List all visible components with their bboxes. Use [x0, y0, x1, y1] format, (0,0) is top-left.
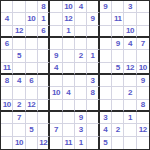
sudoku-cell-r8c3[interactable]	[26, 87, 38, 99]
sudoku-cell-r8c8[interactable]: 8	[87, 87, 99, 99]
sudoku-cell-r8c10[interactable]	[112, 87, 124, 99]
sudoku-cell-r2c8[interactable]: 9	[87, 13, 99, 25]
sudoku-cell-r1c2[interactable]	[13, 1, 25, 13]
sudoku-cell-r9c6[interactable]	[63, 100, 75, 112]
sudoku-cell-r5c4[interactable]	[38, 50, 50, 62]
sudoku-cell-r7c3[interactable]: 6	[26, 75, 38, 87]
sudoku-cell-r1c12[interactable]	[137, 1, 149, 13]
sudoku-cell-r4c6[interactable]	[63, 38, 75, 50]
sudoku-cell-r4c11[interactable]: 4	[124, 38, 136, 50]
sudoku-cell-r7c6[interactable]	[63, 75, 75, 87]
sudoku-cell-r3c4[interactable]: 6	[38, 26, 50, 38]
sudoku-cell-r10c11[interactable]: 1	[124, 112, 136, 124]
sudoku-cell-r2c9[interactable]	[100, 13, 112, 25]
sudoku-cell-r12c7[interactable]: 1	[75, 137, 87, 149]
sudoku-cell-r3c10[interactable]	[112, 26, 124, 38]
sudoku-cell-r1c1[interactable]	[1, 1, 13, 13]
sudoku-cell-r9c5[interactable]	[50, 100, 62, 112]
sudoku-cell-r10c8[interactable]	[87, 112, 99, 124]
sudoku-cell-r12c3[interactable]	[26, 137, 38, 149]
sudoku-cell-r12c12[interactable]	[137, 137, 149, 149]
sudoku-cell-r9c11[interactable]	[124, 100, 136, 112]
sudoku-cell-r11c4[interactable]	[38, 124, 50, 136]
sudoku-cell-r3c11[interactable]: 10	[124, 26, 136, 38]
sudoku-cell-r10c12[interactable]	[137, 112, 149, 124]
sudoku-cell-r1c6[interactable]: 10	[63, 1, 75, 13]
sudoku-cell-r3c6[interactable]: 1	[63, 26, 75, 38]
sudoku-cell-r6c5[interactable]: 4	[50, 63, 62, 75]
sudoku-cell-r9c3[interactable]: 12	[26, 100, 38, 112]
sudoku-cell-r12c9[interactable]: 5	[100, 137, 112, 149]
sudoku-cell-r6c3[interactable]	[26, 63, 38, 75]
sudoku-cell-r2c3[interactable]: 10	[26, 13, 38, 25]
sudoku-cell-r8c7[interactable]	[75, 87, 87, 99]
sudoku-cell-r11c2[interactable]	[13, 124, 25, 136]
sudoku-cell-r9c9[interactable]	[100, 100, 112, 112]
sudoku-cell-r2c4[interactable]: 1	[38, 13, 50, 25]
sudoku-cell-r9c7[interactable]	[75, 100, 87, 112]
sudoku-cell-r10c2[interactable]: 7	[13, 112, 25, 124]
sudoku-cell-r5c7[interactable]: 2	[75, 50, 87, 62]
sudoku-cell-r8c12[interactable]	[137, 87, 149, 99]
sudoku-cell-r7c10[interactable]	[112, 75, 124, 87]
sudoku-cell-r2c2[interactable]	[13, 13, 25, 25]
sudoku-cell-r11c8[interactable]	[87, 124, 99, 136]
sudoku-cell-r4c10[interactable]: 9	[112, 38, 124, 50]
sudoku-cell-r7c11[interactable]	[124, 75, 136, 87]
sudoku-cell-r5c1[interactable]	[1, 50, 13, 62]
sudoku-cell-r3c8[interactable]	[87, 26, 99, 38]
sudoku-cell-r5c11[interactable]	[124, 50, 136, 62]
sudoku-cell-r4c7[interactable]	[75, 38, 87, 50]
sudoku-cell-r5c12[interactable]	[137, 50, 149, 62]
sudoku-cell-r6c7[interactable]	[75, 63, 87, 75]
sudoku-board: 8104934101129111261106947592111451210846…	[0, 0, 150, 150]
sudoku-cell-r1c9[interactable]: 9	[100, 1, 112, 13]
sudoku-cell-r6c8[interactable]	[87, 63, 99, 75]
sudoku-cell-r5c2[interactable]: 5	[13, 50, 25, 62]
sudoku-cell-r12c11[interactable]	[124, 137, 136, 149]
sudoku-cell-r10c6[interactable]	[63, 112, 75, 124]
sudoku-cell-r4c12[interactable]: 7	[137, 38, 149, 50]
sudoku-cell-r6c10[interactable]: 5	[112, 63, 124, 75]
sudoku-cell-r10c3[interactable]	[26, 112, 38, 124]
sudoku-cell-r12c5[interactable]	[50, 137, 62, 149]
sudoku-cell-r12c6[interactable]: 11	[63, 137, 75, 149]
sudoku-cell-r3c5[interactable]	[50, 26, 62, 38]
sudoku-cell-r10c4[interactable]	[38, 112, 50, 124]
sudoku-cell-r8c9[interactable]	[100, 87, 112, 99]
sudoku-cell-r6c12[interactable]: 10	[137, 63, 149, 75]
sudoku-cell-r8c4[interactable]	[38, 87, 50, 99]
sudoku-cell-r7c5[interactable]	[50, 75, 62, 87]
sudoku-cell-r9c4[interactable]	[38, 100, 50, 112]
sudoku-cell-r7c1[interactable]: 8	[1, 75, 13, 87]
sudoku-cell-r7c7[interactable]	[75, 75, 87, 87]
sudoku-cell-r12c2[interactable]: 10	[13, 137, 25, 149]
sudoku-cell-r4c9[interactable]	[100, 38, 112, 50]
sudoku-cell-r1c7[interactable]: 4	[75, 1, 87, 13]
sudoku-cell-r1c4[interactable]: 8	[38, 1, 50, 13]
sudoku-cell-r11c10[interactable]: 2	[112, 124, 124, 136]
sudoku-cell-r3c1[interactable]	[1, 26, 13, 38]
sudoku-cell-r2c7[interactable]	[75, 13, 87, 25]
sudoku-cell-r9c1[interactable]: 10	[1, 100, 13, 112]
sudoku-cell-r12c8[interactable]	[87, 137, 99, 149]
sudoku-cell-r12c1[interactable]	[1, 137, 13, 149]
sudoku-cell-r3c9[interactable]	[100, 26, 112, 38]
sudoku-cell-r6c11[interactable]: 12	[124, 63, 136, 75]
sudoku-cell-r2c5[interactable]	[50, 13, 62, 25]
sudoku-cell-r6c9[interactable]	[100, 63, 112, 75]
sudoku-cell-r9c8[interactable]	[87, 100, 99, 112]
sudoku-cell-r3c7[interactable]	[75, 26, 87, 38]
sudoku-cell-r8c1[interactable]	[1, 87, 13, 99]
sudoku-cell-r8c5[interactable]: 10	[50, 87, 62, 99]
sudoku-cell-r2c12[interactable]	[137, 13, 149, 25]
sudoku-cell-r2c10[interactable]: 11	[112, 13, 124, 25]
sudoku-cell-r8c6[interactable]: 4	[63, 87, 75, 99]
sudoku-cell-r11c11[interactable]	[124, 124, 136, 136]
sudoku-cell-r11c6[interactable]	[63, 124, 75, 136]
sudoku-cell-r7c2[interactable]: 4	[13, 75, 25, 87]
sudoku-cell-r2c6[interactable]: 12	[63, 13, 75, 25]
sudoku-cell-r4c3[interactable]	[26, 38, 38, 50]
sudoku-cell-r7c8[interactable]: 3	[87, 75, 99, 87]
sudoku-cell-r10c5[interactable]	[50, 112, 62, 124]
sudoku-cell-r6c1[interactable]: 11	[1, 63, 13, 75]
sudoku-cell-r11c3[interactable]: 5	[26, 124, 38, 136]
sudoku-cell-r10c7[interactable]: 9	[75, 112, 87, 124]
sudoku-cell-r3c3[interactable]	[26, 26, 38, 38]
sudoku-cell-r9c10[interactable]	[112, 100, 124, 112]
sudoku-cell-r7c4[interactable]	[38, 75, 50, 87]
sudoku-cell-r4c8[interactable]	[87, 38, 99, 50]
sudoku-cell-r7c9[interactable]	[100, 75, 112, 87]
sudoku-cell-r10c1[interactable]	[1, 112, 13, 124]
sudoku-cell-r1c11[interactable]: 3	[124, 1, 136, 13]
sudoku-cell-r4c5[interactable]	[50, 38, 62, 50]
sudoku-cell-r1c3[interactable]	[26, 1, 38, 13]
sudoku-cell-r4c4[interactable]	[38, 38, 50, 50]
sudoku-cell-r6c6[interactable]	[63, 63, 75, 75]
sudoku-cell-r5c8[interactable]: 1	[87, 50, 99, 62]
sudoku-cell-r6c4[interactable]	[38, 63, 50, 75]
sudoku-cell-r8c11[interactable]: 2	[124, 87, 136, 99]
sudoku-cell-r7c12[interactable]: 9	[137, 75, 149, 87]
sudoku-cell-r3c12[interactable]	[137, 26, 149, 38]
sudoku-cell-r9c2[interactable]: 2	[13, 100, 25, 112]
sudoku-cell-r5c5[interactable]: 9	[50, 50, 62, 62]
sudoku-cell-r5c9[interactable]	[100, 50, 112, 62]
sudoku-cell-r5c6[interactable]	[63, 50, 75, 62]
sudoku-cell-r4c2[interactable]	[13, 38, 25, 50]
sudoku-cell-r8c2[interactable]	[13, 87, 25, 99]
sudoku-cell-r11c5[interactable]: 7	[50, 124, 62, 136]
sudoku-cell-r10c9[interactable]: 3	[100, 112, 112, 124]
sudoku-cell-r5c10[interactable]	[112, 50, 124, 62]
sudoku-cell-r1c8[interactable]	[87, 1, 99, 13]
sudoku-cell-r11c9[interactable]: 4	[100, 124, 112, 136]
sudoku-cell-r1c5[interactable]	[50, 1, 62, 13]
sudoku-cell-r1c10[interactable]	[112, 1, 124, 13]
sudoku-cell-r6c2[interactable]	[13, 63, 25, 75]
sudoku-cell-r11c7[interactable]: 3	[75, 124, 87, 136]
sudoku-cell-r10c10[interactable]	[112, 112, 124, 124]
sudoku-cell-r12c4[interactable]: 12	[38, 137, 50, 149]
sudoku-cell-r2c1[interactable]: 4	[1, 13, 13, 25]
sudoku-cell-r11c12[interactable]: 12	[137, 124, 149, 136]
sudoku-cell-r2c11[interactable]	[124, 13, 136, 25]
sudoku-cell-r4c1[interactable]: 6	[1, 38, 13, 50]
sudoku-cell-r5c3[interactable]	[26, 50, 38, 62]
sudoku-cell-r11c1[interactable]	[1, 124, 13, 136]
sudoku-cell-r9c12[interactable]: 8	[137, 100, 149, 112]
sudoku-cell-r12c10[interactable]	[112, 137, 124, 149]
sudoku-cell-r3c2[interactable]: 12	[13, 26, 25, 38]
